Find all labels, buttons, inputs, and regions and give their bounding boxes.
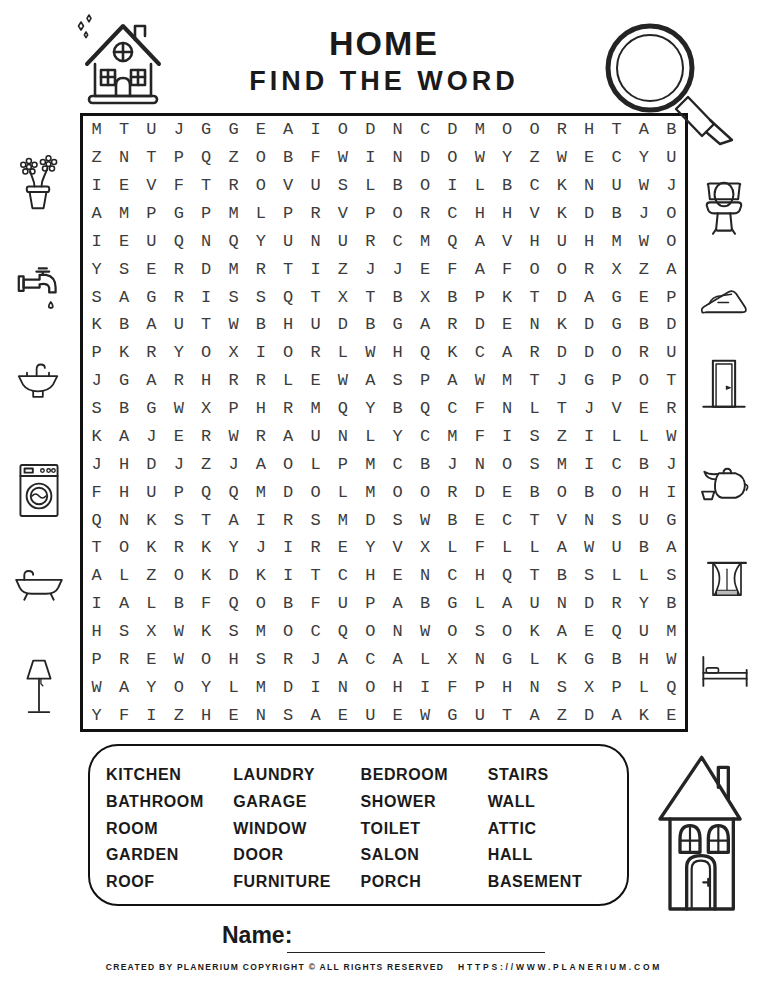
grid-cell-r1c2: T: [110, 116, 137, 144]
grid-cell-r2c2: N: [110, 144, 137, 172]
grid-cell-r14c21: H: [630, 478, 657, 506]
grid-cell-r12c15: F: [466, 422, 493, 450]
grid-cell-r7c17: T: [521, 283, 548, 311]
grid-cell-r6c11: J: [357, 255, 384, 283]
grid-cell-r3c12: B: [384, 172, 411, 200]
grid-cell-r11c19: J: [576, 395, 603, 423]
grid-cell-r20c4: W: [165, 645, 192, 673]
grid-cell-r18c19: D: [576, 590, 603, 618]
grid-cell-r3c14: I: [439, 172, 466, 200]
word-bathroom: BATHROOM: [106, 794, 233, 810]
grid-cell-r8c2: B: [110, 311, 137, 339]
grid-cell-r13c21: B: [630, 450, 657, 478]
grid-cell-r6c2: S: [110, 255, 137, 283]
word-list-column-3: BEDROOMSHOWERTOILETSALONPORCH: [361, 767, 488, 890]
grid-cell-r10c22: T: [658, 367, 685, 395]
grid-cell-r10c8: L: [275, 367, 302, 395]
grid-cell-r5c21: W: [630, 227, 657, 255]
footer-credit: CREATED BY PLANERIUM COPYRIGHT © ALL RIG…: [106, 962, 444, 972]
grid-cell-r22c3: I: [138, 701, 165, 729]
grid-cell-r13c9: L: [302, 450, 329, 478]
grid-cell-r5c9: N: [302, 227, 329, 255]
grid-cell-r17c16: Q: [493, 562, 520, 590]
grid-cell-r21c2: A: [110, 673, 137, 701]
grid-cell-r11c14: C: [439, 395, 466, 423]
word-garage: GARAGE: [233, 794, 360, 810]
grid-cell-r18c13: B: [411, 590, 438, 618]
grid-cell-r19c22: M: [658, 618, 685, 646]
grid-cell-r9c6: X: [220, 339, 247, 367]
grid-cell-r15c3: K: [138, 506, 165, 534]
word-laundry: LAUNDRY: [233, 767, 360, 783]
grid-cell-r11c2: B: [110, 395, 137, 423]
grid-cell-r4c21: J: [630, 200, 657, 228]
grid-cell-r19c1: H: [83, 618, 110, 646]
grid-cell-r7c9: T: [302, 283, 329, 311]
grid-cell-r2c13: D: [411, 144, 438, 172]
grid-cell-r17c3: Z: [138, 562, 165, 590]
grid-cell-r8c18: K: [548, 311, 575, 339]
iron-icon: [698, 286, 750, 316]
grid-cell-r12c6: W: [220, 422, 247, 450]
grid-cell-r19c17: K: [521, 618, 548, 646]
bathtub-icon: [14, 568, 64, 602]
grid-cell-r5c15: A: [466, 227, 493, 255]
grid-cell-r4c8: P: [275, 200, 302, 228]
grid-cell-r14c5: Q: [192, 478, 219, 506]
grid-cell-r22c20: A: [603, 701, 630, 729]
word-bedroom: BEDROOM: [361, 767, 488, 783]
grid-cell-r20c9: J: [302, 645, 329, 673]
grid-cell-r13c11: M: [357, 450, 384, 478]
grid-cell-r11c10: Q: [329, 395, 356, 423]
grid-cell-r21c18: S: [548, 673, 575, 701]
grid-cell-r8c10: D: [329, 311, 356, 339]
word-door: DOOR: [233, 847, 360, 863]
grid-cell-r17c11: H: [357, 562, 384, 590]
grid-cell-r7c13: X: [411, 283, 438, 311]
grid-cell-r15c22: G: [658, 506, 685, 534]
grid-cell-r10c15: W: [466, 367, 493, 395]
grid-cell-r5c8: U: [275, 227, 302, 255]
grid-cell-r11c6: P: [220, 395, 247, 423]
grid-cell-r22c15: U: [466, 701, 493, 729]
grid-cell-r15c9: S: [302, 506, 329, 534]
grid-cell-r17c2: L: [110, 562, 137, 590]
grid-cell-r20c6: H: [220, 645, 247, 673]
grid-cell-r15c19: N: [576, 506, 603, 534]
grid-cell-r3c4: F: [165, 172, 192, 200]
grid-cell-r13c13: B: [411, 450, 438, 478]
grid-cell-r7c15: P: [466, 283, 493, 311]
grid-cell-r13c5: Z: [192, 450, 219, 478]
grid-cell-r5c2: E: [110, 227, 137, 255]
grid-cell-r16c13: X: [411, 534, 438, 562]
grid-cell-r8c17: N: [521, 311, 548, 339]
grid-cell-r1c13: C: [411, 116, 438, 144]
grid-cell-r15c17: T: [521, 506, 548, 534]
grid-cell-r18c10: U: [329, 590, 356, 618]
grid-cell-r2c1: Z: [83, 144, 110, 172]
grid-cell-r13c10: P: [329, 450, 356, 478]
grid-cell-r8c11: B: [357, 311, 384, 339]
grid-cell-r15c8: R: [275, 506, 302, 534]
word-attic: ATTIC: [488, 821, 615, 837]
grid-cell-r20c15: N: [466, 645, 493, 673]
grid-cell-r9c5: O: [192, 339, 219, 367]
grid-cell-r11c18: T: [548, 395, 575, 423]
grid-cell-r11c11: Y: [357, 395, 384, 423]
grid-cell-r16c3: K: [138, 534, 165, 562]
grid-cell-r4c14: C: [439, 200, 466, 228]
grid-cell-r9c4: Y: [165, 339, 192, 367]
grid-cell-r9c9: R: [302, 339, 329, 367]
grid-cell-r21c20: P: [603, 673, 630, 701]
grid-cell-r17c20: L: [603, 562, 630, 590]
grid-cell-r8c12: G: [384, 311, 411, 339]
washing-machine-icon: [17, 462, 61, 519]
grid-cell-r20c20: B: [603, 645, 630, 673]
grid-cell-r22c9: A: [302, 701, 329, 729]
grid-cell-r17c13: N: [411, 562, 438, 590]
grid-cell-r6c16: F: [493, 255, 520, 283]
grid-cell-r8c15: D: [466, 311, 493, 339]
grid-cell-r21c11: O: [357, 673, 384, 701]
grid-cell-r5c20: M: [603, 227, 630, 255]
grid-cell-r8c1: K: [83, 311, 110, 339]
grid-cell-r15c21: U: [630, 506, 657, 534]
grid-cell-r8c8: H: [275, 311, 302, 339]
grid-cell-r3c11: L: [357, 172, 384, 200]
grid-cell-r4c15: H: [466, 200, 493, 228]
grid-cell-r13c20: C: [603, 450, 630, 478]
grid-cell-r22c8: S: [275, 701, 302, 729]
grid-cell-r4c16: H: [493, 200, 520, 228]
grid-cell-r5c7: Y: [247, 227, 274, 255]
grid-cell-r18c14: G: [439, 590, 466, 618]
grid-cell-r6c5: D: [192, 255, 219, 283]
grid-cell-r15c1: Q: [83, 506, 110, 534]
grid-cell-r7c19: A: [576, 283, 603, 311]
grid-cell-r12c17: S: [521, 422, 548, 450]
grid-cell-r6c8: T: [275, 255, 302, 283]
grid-cell-r20c12: A: [384, 645, 411, 673]
sink-icon: [16, 358, 60, 404]
grid-cell-r19c9: C: [302, 618, 329, 646]
grid-cell-r14c1: F: [83, 478, 110, 506]
grid-cell-r22c13: W: [411, 701, 438, 729]
grid-cell-r9c11: W: [357, 339, 384, 367]
grid-cell-r8c5: T: [192, 311, 219, 339]
grid-cell-r16c1: T: [83, 534, 110, 562]
grid-cell-r6c15: A: [466, 255, 493, 283]
grid-cell-r1c12: N: [384, 116, 411, 144]
grid-cell-r7c16: K: [493, 283, 520, 311]
grid-cell-r15c7: I: [247, 506, 274, 534]
grid-cell-r10c11: A: [357, 367, 384, 395]
grid-cell-r17c14: C: [439, 562, 466, 590]
grid-cell-r11c12: B: [384, 395, 411, 423]
grid-cell-r3c5: T: [192, 172, 219, 200]
grid-cell-r11c20: V: [603, 395, 630, 423]
grid-cell-r3c2: E: [110, 172, 137, 200]
grid-cell-r2c12: N: [384, 144, 411, 172]
grid-cell-r12c12: Y: [384, 422, 411, 450]
grid-cell-r10c3: A: [138, 367, 165, 395]
grid-cell-r21c15: P: [466, 673, 493, 701]
word-window: WINDOW: [233, 821, 360, 837]
grid-cell-r19c5: K: [192, 618, 219, 646]
grid-cell-r10c1: J: [83, 367, 110, 395]
grid-cell-r7c11: T: [357, 283, 384, 311]
grid-cell-r4c1: A: [83, 200, 110, 228]
grid-cell-r5c1: I: [83, 227, 110, 255]
grid-cell-r7c20: G: [603, 283, 630, 311]
grid-cell-r2c20: C: [603, 144, 630, 172]
grid-cell-r13c16: O: [493, 450, 520, 478]
grid-cell-r6c21: Z: [630, 255, 657, 283]
grid-cell-r19c12: N: [384, 618, 411, 646]
grid-cell-r9c7: I: [247, 339, 274, 367]
grid-cell-r19c3: X: [138, 618, 165, 646]
grid-cell-r12c14: M: [439, 422, 466, 450]
grid-cell-r4c6: M: [220, 200, 247, 228]
grid-cell-r2c18: W: [548, 144, 575, 172]
grid-cell-r19c7: M: [247, 618, 274, 646]
grid-cell-r7c21: E: [630, 283, 657, 311]
grid-cell-r2c19: E: [576, 144, 603, 172]
grid-cell-r1c14: D: [439, 116, 466, 144]
grid-cell-r12c20: L: [603, 422, 630, 450]
grid-cell-r21c19: X: [576, 673, 603, 701]
grid-cell-r7c22: P: [658, 283, 685, 311]
grid-cell-r5c16: V: [493, 227, 520, 255]
grid-cell-r13c18: M: [548, 450, 575, 478]
grid-cell-r4c19: D: [576, 200, 603, 228]
grid-cell-r5c19: H: [576, 227, 603, 255]
grid-cell-r20c17: L: [521, 645, 548, 673]
grid-cell-r21c16: H: [493, 673, 520, 701]
grid-cell-r16c4: R: [165, 534, 192, 562]
grid-cell-r7c8: Q: [275, 283, 302, 311]
grid-cell-r3c10: S: [329, 172, 356, 200]
grid-cell-r17c10: C: [329, 562, 356, 590]
grid-cell-r22c5: H: [192, 701, 219, 729]
grid-cell-r6c17: O: [521, 255, 548, 283]
grid-cell-r20c19: G: [576, 645, 603, 673]
grid-cell-r5c18: U: [548, 227, 575, 255]
grid-cell-r18c3: L: [138, 590, 165, 618]
grid-cell-r13c4: J: [165, 450, 192, 478]
grid-cell-r10c4: R: [165, 367, 192, 395]
grid-cell-r16c15: F: [466, 534, 493, 562]
grid-cell-r15c15: E: [466, 506, 493, 534]
grid-cell-r13c6: J: [220, 450, 247, 478]
grid-cell-r18c11: P: [357, 590, 384, 618]
grid-cell-r9c13: Q: [411, 339, 438, 367]
flower-pot-icon: [16, 155, 60, 211]
grid-cell-r2c17: Z: [521, 144, 548, 172]
grid-cell-r17c7: K: [247, 562, 274, 590]
grid-cell-r5c22: O: [658, 227, 685, 255]
grid-cell-r18c6: Q: [220, 590, 247, 618]
grid-cell-r6c19: R: [576, 255, 603, 283]
grid-cell-r10c6: R: [220, 367, 247, 395]
grid-cell-r13c12: C: [384, 450, 411, 478]
grid-cell-r12c13: C: [411, 422, 438, 450]
grid-cell-r5c4: Q: [165, 227, 192, 255]
grid-cell-r9c14: K: [439, 339, 466, 367]
grid-cell-r5c14: Q: [439, 227, 466, 255]
grid-cell-r10c13: P: [411, 367, 438, 395]
grid-cell-r14c13: O: [411, 478, 438, 506]
grid-cell-r1c17: O: [521, 116, 548, 144]
word-toilet: TOILET: [361, 821, 488, 837]
grid-cell-r7c10: X: [329, 283, 356, 311]
door-icon: [700, 356, 748, 410]
grid-cell-r13c19: I: [576, 450, 603, 478]
grid-cell-r3c18: K: [548, 172, 575, 200]
grid-cell-r8c19: D: [576, 311, 603, 339]
grid-cell-r15c4: S: [165, 506, 192, 534]
grid-cell-r2c16: Y: [493, 144, 520, 172]
grid-cell-r22c21: K: [630, 701, 657, 729]
grid-cell-r1c8: A: [275, 116, 302, 144]
grid-cell-r4c5: P: [192, 200, 219, 228]
grid-cell-r16c14: L: [439, 534, 466, 562]
grid-cell-r9c19: D: [576, 339, 603, 367]
grid-cell-r4c20: B: [603, 200, 630, 228]
grid-cell-r20c21: H: [630, 645, 657, 673]
grid-cell-r10c5: H: [192, 367, 219, 395]
grid-cell-r12c7: R: [247, 422, 274, 450]
grid-cell-r18c15: L: [466, 590, 493, 618]
grid-cell-r10c12: S: [384, 367, 411, 395]
grid-cell-r7c5: I: [192, 283, 219, 311]
grid-cell-r20c22: W: [658, 645, 685, 673]
grid-cell-r13c1: J: [83, 450, 110, 478]
grid-cell-r5c11: R: [357, 227, 384, 255]
grid-cell-r22c1: Y: [83, 701, 110, 729]
grid-cell-r16c12: V: [384, 534, 411, 562]
grid-cell-r14c7: M: [247, 478, 274, 506]
grid-cell-r15c11: D: [357, 506, 384, 534]
word-list: KITCHENBATHROOMROOMGARDENROOFLAUNDRYGARA…: [88, 744, 629, 906]
grid-cell-r18c17: U: [521, 590, 548, 618]
grid-cell-r6c12: J: [384, 255, 411, 283]
grid-cell-r22c7: N: [247, 701, 274, 729]
grid-cell-r14c14: R: [439, 478, 466, 506]
grid-cell-r12c16: I: [493, 422, 520, 450]
grid-cell-r11c9: M: [302, 395, 329, 423]
footer-url: HTTPS://WWW.PLANERIUM.COM: [458, 962, 662, 972]
worksheet-page: HOME FIND THE WORD MTUJGGEAIOD: [0, 0, 768, 994]
grid-cell-r21c7: M: [247, 673, 274, 701]
grid-cell-r14c2: H: [110, 478, 137, 506]
word-kitchen: KITCHEN: [106, 767, 233, 783]
grid-cell-r22c10: E: [329, 701, 356, 729]
grid-cell-r10c16: M: [493, 367, 520, 395]
grid-cell-r16c11: Y: [357, 534, 384, 562]
grid-cell-r18c2: A: [110, 590, 137, 618]
grid-cell-r16c2: O: [110, 534, 137, 562]
grid-cell-r14c11: M: [357, 478, 384, 506]
grid-cell-r9c8: O: [275, 339, 302, 367]
grid-cell-r1c1: M: [83, 116, 110, 144]
word-wall: WALL: [488, 794, 615, 810]
grid-cell-r2c22: U: [658, 144, 685, 172]
grid-cell-r4c18: K: [548, 200, 575, 228]
grid-cell-r19c13: W: [411, 618, 438, 646]
grid-cell-r11c5: X: [192, 395, 219, 423]
grid-cell-r20c13: L: [411, 645, 438, 673]
grid-cell-r11c13: Q: [411, 395, 438, 423]
grid-cell-r18c9: F: [302, 590, 329, 618]
grid-cell-r17c1: A: [83, 562, 110, 590]
grid-cell-r3c20: U: [603, 172, 630, 200]
grid-cell-r22c22: E: [658, 701, 685, 729]
grid-cell-r15c10: M: [329, 506, 356, 534]
word-list-column-2: LAUNDRYGARAGEWINDOWDOORFURNITURE: [233, 767, 360, 890]
grid-cell-r4c12: O: [384, 200, 411, 228]
grid-cell-r5c3: U: [138, 227, 165, 255]
grid-cell-r18c8: B: [275, 590, 302, 618]
grid-cell-r16c17: L: [521, 534, 548, 562]
grid-cell-r6c9: I: [302, 255, 329, 283]
grid-cell-r15c6: A: [220, 506, 247, 534]
grid-cell-r3c7: O: [247, 172, 274, 200]
grid-cell-r18c18: N: [548, 590, 575, 618]
grid-cell-r13c8: O: [275, 450, 302, 478]
grid-cell-r9c2: K: [110, 339, 137, 367]
grid-cell-r16c8: I: [275, 534, 302, 562]
grid-cell-r20c2: R: [110, 645, 137, 673]
grid-cell-r2c3: T: [138, 144, 165, 172]
grid-cell-r22c14: G: [439, 701, 466, 729]
grid-cell-r10c9: E: [302, 367, 329, 395]
grid-cell-r8c14: R: [439, 311, 466, 339]
name-input-line[interactable]: [287, 951, 545, 953]
grid-cell-r12c18: Z: [548, 422, 575, 450]
grid-cell-r15c20: S: [603, 506, 630, 534]
grid-cell-r19c6: S: [220, 618, 247, 646]
grid-cell-r8c13: A: [411, 311, 438, 339]
grid-cell-r1c7: E: [247, 116, 274, 144]
grid-cell-r4c10: V: [329, 200, 356, 228]
grid-cell-r12c10: N: [329, 422, 356, 450]
grid-cell-r9c15: C: [466, 339, 493, 367]
grid-cell-r11c17: L: [521, 395, 548, 423]
grid-cell-r6c13: E: [411, 255, 438, 283]
grid-cell-r2c9: F: [302, 144, 329, 172]
grid-cell-r20c11: C: [357, 645, 384, 673]
grid-cell-r1c18: R: [548, 116, 575, 144]
grid-cell-r21c22: Q: [658, 673, 685, 701]
grid-cell-r1c9: I: [302, 116, 329, 144]
grid-cell-r1c11: D: [357, 116, 384, 144]
grid-cell-r1c10: O: [329, 116, 356, 144]
grid-cell-r10c2: G: [110, 367, 137, 395]
toilet-icon: [702, 180, 746, 242]
grid-cell-r14c8: D: [275, 478, 302, 506]
grid-cell-r7c14: B: [439, 283, 466, 311]
grid-cell-r7c3: G: [138, 283, 165, 311]
grid-cell-r18c20: R: [603, 590, 630, 618]
grid-cell-r13c7: A: [247, 450, 274, 478]
name-label: Name:: [222, 922, 292, 949]
grid-cell-r10c19: G: [576, 367, 603, 395]
house-doodle-icon: [650, 750, 750, 918]
